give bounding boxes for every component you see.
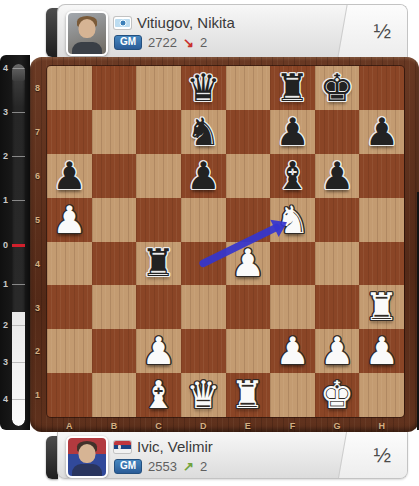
chess-broadcast-page: Vitiugov, Nikita GM 2722 ↘ 2 ½ 432101234… [0, 0, 419, 486]
square-h3[interactable]: ♜ [359, 285, 404, 329]
white-queen-d1[interactable]: ♛ [181, 373, 226, 417]
square-c3[interactable] [136, 285, 181, 329]
evaluation-bar: 432101234 [0, 55, 30, 430]
black-king-g8[interactable]: ♚ [315, 66, 360, 110]
eval-scale-label: 1 [1, 279, 10, 289]
player-card-top[interactable]: Vitiugov, Nikita GM 2722 ↘ 2 ½ [57, 4, 408, 57]
square-a2[interactable] [47, 329, 92, 373]
square-h7[interactable]: ♟ [359, 110, 404, 154]
title-badge: GM [114, 459, 142, 474]
square-c6[interactable] [136, 154, 181, 198]
file-label-b: B [108, 421, 120, 431]
file-label-f: F [286, 421, 298, 431]
black-rook-c4[interactable]: ♜ [136, 242, 181, 286]
square-b4[interactable] [92, 242, 137, 286]
white-king-g1[interactable]: ♚ [315, 373, 360, 417]
square-a1[interactable] [47, 373, 92, 417]
square-e7[interactable] [226, 110, 271, 154]
eval-scale-label: 4 [1, 394, 10, 404]
black-bishop-f6[interactable]: ♝ [270, 154, 315, 198]
chess-board: ♛♜♚♞♟♟♟♟♝♟♟♞♜♟♜♟♟♟♟♝♛♜♚ 87654321ABCDEFGH [30, 57, 419, 432]
white-rook-e1[interactable]: ♜ [226, 373, 271, 417]
square-d4[interactable] [181, 242, 226, 286]
square-d8[interactable]: ♛ [181, 66, 226, 110]
black-pawn-g6[interactable]: ♟ [315, 154, 360, 198]
file-label-g: G [331, 421, 343, 431]
square-a3[interactable] [47, 285, 92, 329]
eval-scale-label: 3 [1, 107, 10, 117]
file-label-d: D [197, 421, 209, 431]
white-pawn-h2[interactable]: ♟ [359, 329, 404, 373]
rank-label-6: 6 [33, 171, 42, 181]
square-f1[interactable] [270, 373, 315, 417]
square-d1[interactable]: ♛ [181, 373, 226, 417]
square-a8[interactable] [47, 66, 92, 110]
evaluation-marker [12, 244, 25, 247]
white-pawn-e4[interactable]: ♟ [226, 242, 271, 286]
player-rating: 2722 [148, 35, 177, 50]
square-f6[interactable]: ♝ [270, 154, 315, 198]
white-pawn-f2[interactable]: ♟ [270, 329, 315, 373]
square-b3[interactable] [92, 285, 137, 329]
square-g7[interactable] [315, 110, 360, 154]
square-g8[interactable]: ♚ [315, 66, 360, 110]
square-g6[interactable]: ♟ [315, 154, 360, 198]
square-f8[interactable]: ♜ [270, 66, 315, 110]
rank-label-5: 5 [33, 215, 42, 225]
eval-scale-label: 4 [1, 63, 10, 73]
square-h1[interactable] [359, 373, 404, 417]
title-badge: GM [114, 35, 142, 50]
eval-scale-label: 2 [1, 151, 10, 161]
square-g2[interactable]: ♟ [315, 329, 360, 373]
square-a6[interactable]: ♟ [47, 154, 92, 198]
eval-scale-label: 0 [1, 240, 10, 250]
square-f7[interactable]: ♟ [270, 110, 315, 154]
square-g1[interactable]: ♚ [315, 373, 360, 417]
white-bishop-c1[interactable]: ♝ [136, 373, 181, 417]
square-g3[interactable] [315, 285, 360, 329]
square-g4[interactable] [315, 242, 360, 286]
square-a7[interactable] [47, 110, 92, 154]
player-card-bottom[interactable]: Ivic, Velimir GM 2553 ↗ 2 ½ [57, 432, 408, 479]
black-pawn-a6[interactable]: ♟ [47, 154, 92, 198]
square-a5[interactable]: ♟ [47, 198, 92, 242]
square-f4[interactable] [270, 242, 315, 286]
black-pawn-f7[interactable]: ♟ [270, 110, 315, 154]
square-e6[interactable] [226, 154, 271, 198]
square-h8[interactable] [359, 66, 404, 110]
rank-label-2: 2 [33, 346, 42, 356]
player-name: Ivic, Velimir [137, 438, 213, 455]
eval-scale-label: 1 [1, 195, 10, 205]
black-knight-d7[interactable]: ♞ [181, 110, 226, 154]
white-pawn-a5[interactable]: ♟ [47, 198, 92, 242]
score-separator [337, 4, 408, 57]
square-h2[interactable]: ♟ [359, 329, 404, 373]
square-f5[interactable]: ♞ [270, 198, 315, 242]
rank-label-3: 3 [33, 303, 42, 313]
square-a4[interactable] [47, 242, 92, 286]
square-b5[interactable] [92, 198, 137, 242]
rating-trend-value: 2 [200, 459, 207, 474]
rank-label-4: 4 [33, 259, 42, 269]
player-name: Vitiugov, Nikita [137, 14, 235, 31]
player-avatar [66, 11, 108, 56]
square-c5[interactable] [136, 198, 181, 242]
eval-scale-label: 3 [1, 357, 10, 367]
black-rook-f8[interactable]: ♜ [270, 66, 315, 110]
square-b6[interactable] [92, 154, 137, 198]
black-pawn-d6[interactable]: ♟ [181, 154, 226, 198]
square-e1[interactable]: ♜ [226, 373, 271, 417]
square-c1[interactable]: ♝ [136, 373, 181, 417]
square-e3[interactable] [226, 285, 271, 329]
white-knight-f5[interactable]: ♞ [270, 198, 315, 242]
rank-label-7: 7 [33, 127, 42, 137]
square-e8[interactable] [226, 66, 271, 110]
rating-trend-up-icon: ↗ [183, 461, 194, 473]
square-c4[interactable]: ♜ [136, 242, 181, 286]
square-c2[interactable]: ♟ [136, 329, 181, 373]
match-score: ½ [373, 443, 391, 467]
rank-label-8: 8 [33, 83, 42, 93]
square-e5[interactable] [226, 198, 271, 242]
square-g5[interactable] [315, 198, 360, 242]
square-d3[interactable] [181, 285, 226, 329]
white-pawn-g2[interactable]: ♟ [315, 329, 360, 373]
evaluation-white-fill [12, 312, 25, 426]
square-c8[interactable] [136, 66, 181, 110]
rating-trend-down-icon: ↘ [183, 37, 194, 49]
square-f3[interactable] [270, 285, 315, 329]
square-b7[interactable] [92, 110, 137, 154]
black-queen-d8[interactable]: ♛ [181, 66, 226, 110]
square-h6[interactable] [359, 154, 404, 198]
square-d5[interactable] [181, 198, 226, 242]
file-label-h: H [376, 421, 388, 431]
square-h5[interactable] [359, 198, 404, 242]
square-h4[interactable] [359, 242, 404, 286]
evaluation-gauge [12, 64, 25, 426]
square-d7[interactable]: ♞ [181, 110, 226, 154]
square-d6[interactable]: ♟ [181, 154, 226, 198]
square-b2[interactable] [92, 329, 137, 373]
serbia-flag-icon [114, 441, 131, 453]
square-e4[interactable]: ♟ [226, 242, 271, 286]
rank-label-1: 1 [33, 390, 42, 400]
white-pawn-c2[interactable]: ♟ [136, 329, 181, 373]
match-score: ½ [373, 19, 391, 43]
file-label-e: E [242, 421, 254, 431]
eval-scale-label: 2 [1, 320, 10, 330]
file-label-c: C [153, 421, 165, 431]
player-avatar [66, 436, 108, 478]
file-label-a: A [63, 421, 75, 431]
rating-trend-value: 2 [200, 35, 207, 50]
square-c7[interactable] [136, 110, 181, 154]
white-rook-h3[interactable]: ♜ [359, 285, 404, 329]
square-d2[interactable] [181, 329, 226, 373]
fide-flag-icon [114, 17, 131, 29]
player-rating: 2553 [148, 459, 177, 474]
square-e2[interactable] [226, 329, 271, 373]
black-pawn-h7[interactable]: ♟ [359, 110, 404, 154]
square-f2[interactable]: ♟ [270, 329, 315, 373]
square-b1[interactable] [92, 373, 137, 417]
square-b8[interactable] [92, 66, 137, 110]
